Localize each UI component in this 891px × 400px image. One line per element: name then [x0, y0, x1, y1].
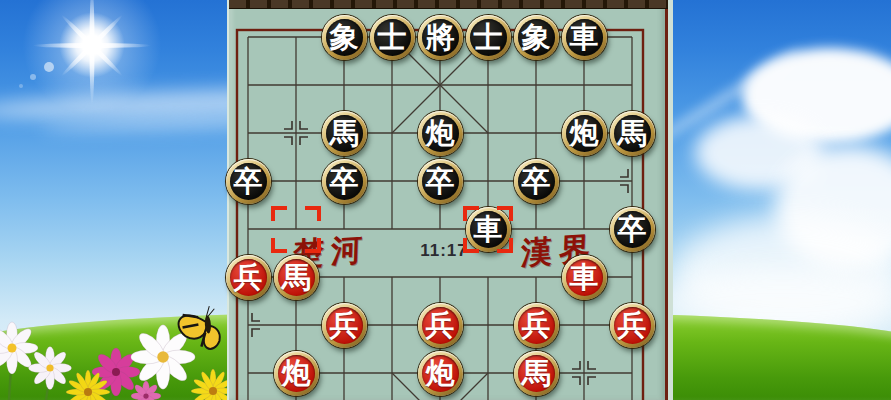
red-soldier[interactable]: 兵 — [418, 303, 463, 348]
board-edge — [227, 0, 229, 400]
black-horse[interactable]: 馬 — [322, 111, 367, 156]
black-cannon[interactable]: 炮 — [562, 111, 607, 156]
xiangqi-board[interactable]: 楚河 11:17 漢界 象士將士象車馬炮炮馬卒卒卒卒車卒兵馬車兵兵兵兵炮炮馬 — [227, 0, 673, 400]
lens-flare — [30, 74, 36, 80]
flower-cluster — [0, 290, 240, 400]
board-top-frame — [229, 0, 668, 9]
black-soldier[interactable]: 卒 — [610, 207, 655, 252]
black-chariot[interactable]: 車 — [562, 15, 607, 60]
black-soldier[interactable]: 卒 — [226, 159, 271, 204]
lens-flare — [19, 84, 23, 88]
last-move-marker — [271, 206, 321, 253]
black-advisor[interactable]: 士 — [466, 15, 511, 60]
black-cannon[interactable]: 炮 — [418, 111, 463, 156]
last-move-marker — [463, 206, 513, 253]
board-edge — [668, 0, 673, 400]
black-soldier[interactable]: 卒 — [322, 159, 367, 204]
red-horse[interactable]: 馬 — [274, 255, 319, 300]
red-chariot[interactable]: 車 — [562, 255, 607, 300]
lens-flare — [44, 62, 54, 72]
black-advisor[interactable]: 士 — [370, 15, 415, 60]
red-cannon[interactable]: 炮 — [418, 351, 463, 396]
game-scene: 楚河 11:17 漢界 象士將士象車馬炮炮馬卒卒卒卒車卒兵馬車兵兵兵兵炮炮馬 — [0, 0, 891, 400]
red-soldier[interactable]: 兵 — [322, 303, 367, 348]
black-general[interactable]: 將 — [418, 15, 463, 60]
red-soldier[interactable]: 兵 — [226, 255, 271, 300]
black-soldier[interactable]: 卒 — [418, 159, 463, 204]
black-soldier[interactable]: 卒 — [514, 159, 559, 204]
red-soldier[interactable]: 兵 — [610, 303, 655, 348]
red-cannon[interactable]: 炮 — [274, 351, 319, 396]
black-horse[interactable]: 馬 — [610, 111, 655, 156]
black-elephant[interactable]: 象 — [322, 15, 367, 60]
red-soldier[interactable]: 兵 — [514, 303, 559, 348]
butterfly-icon — [176, 305, 226, 356]
sun-icon — [58, 11, 126, 79]
red-horse[interactable]: 馬 — [514, 351, 559, 396]
black-elephant[interactable]: 象 — [514, 15, 559, 60]
